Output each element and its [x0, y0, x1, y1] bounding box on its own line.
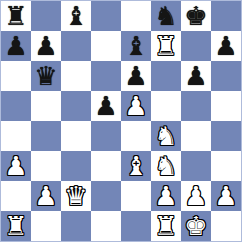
piece-white-king[interactable]: ♚ [184, 211, 207, 241]
piece-white-rook[interactable]: ♜ [4, 211, 27, 241]
square-e8[interactable] [121, 1, 151, 31]
square-g1[interactable]: ♚ [181, 211, 211, 241]
piece-black-king[interactable]: ♚ [184, 1, 207, 31]
square-g7[interactable] [181, 31, 211, 61]
chess-board: ♜♝♞♚♟♟♝♜♟♛♟♟♟♟♞♟♝♞♟♛♟♟♟♜♜♚ [0, 0, 242, 242]
square-h7[interactable]: ♟ [211, 31, 241, 61]
piece-white-pawn[interactable]: ♟ [4, 151, 27, 181]
square-f1[interactable]: ♜ [151, 211, 181, 241]
square-a1[interactable]: ♜ [1, 211, 31, 241]
square-c3[interactable] [61, 151, 91, 181]
square-g6[interactable]: ♟ [181, 61, 211, 91]
square-b5[interactable] [31, 91, 61, 121]
piece-black-pawn[interactable]: ♟ [94, 91, 117, 121]
square-c7[interactable] [61, 31, 91, 61]
square-h2[interactable]: ♟ [211, 181, 241, 211]
square-f6[interactable] [151, 61, 181, 91]
square-d6[interactable] [91, 61, 121, 91]
piece-white-pawn[interactable]: ♟ [124, 91, 147, 121]
square-g5[interactable] [181, 91, 211, 121]
piece-white-knight[interactable]: ♞ [154, 121, 177, 151]
square-f3[interactable]: ♞ [151, 151, 181, 181]
square-h1[interactable] [211, 211, 241, 241]
square-f8[interactable]: ♞ [151, 1, 181, 31]
piece-white-queen[interactable]: ♛ [64, 181, 87, 211]
piece-white-knight[interactable]: ♞ [154, 151, 177, 181]
square-c5[interactable] [61, 91, 91, 121]
square-h4[interactable] [211, 121, 241, 151]
square-e1[interactable] [121, 211, 151, 241]
square-b8[interactable] [31, 1, 61, 31]
piece-black-pawn[interactable]: ♟ [34, 31, 57, 61]
square-a4[interactable] [1, 121, 31, 151]
square-b6[interactable]: ♛ [31, 61, 61, 91]
square-c1[interactable] [61, 211, 91, 241]
piece-black-bishop[interactable]: ♝ [124, 31, 147, 61]
piece-white-pawn[interactable]: ♟ [34, 181, 57, 211]
square-e5[interactable]: ♟ [121, 91, 151, 121]
piece-black-knight[interactable]: ♞ [154, 1, 177, 31]
square-f2[interactable]: ♟ [151, 181, 181, 211]
square-d2[interactable] [91, 181, 121, 211]
piece-black-pawn[interactable]: ♟ [4, 31, 27, 61]
square-h5[interactable] [211, 91, 241, 121]
square-e2[interactable] [121, 181, 151, 211]
piece-white-bishop[interactable]: ♝ [124, 151, 147, 181]
square-b1[interactable] [31, 211, 61, 241]
square-b2[interactable]: ♟ [31, 181, 61, 211]
square-e7[interactable]: ♝ [121, 31, 151, 61]
square-a3[interactable]: ♟ [1, 151, 31, 181]
piece-black-bishop[interactable]: ♝ [64, 1, 87, 31]
square-h8[interactable] [211, 1, 241, 31]
square-a7[interactable]: ♟ [1, 31, 31, 61]
square-h3[interactable] [211, 151, 241, 181]
square-g4[interactable] [181, 121, 211, 151]
square-c6[interactable] [61, 61, 91, 91]
square-h6[interactable] [211, 61, 241, 91]
square-a5[interactable] [1, 91, 31, 121]
square-f7[interactable]: ♜ [151, 31, 181, 61]
square-g8[interactable]: ♚ [181, 1, 211, 31]
square-d1[interactable] [91, 211, 121, 241]
square-d8[interactable] [91, 1, 121, 31]
square-f4[interactable]: ♞ [151, 121, 181, 151]
square-c8[interactable]: ♝ [61, 1, 91, 31]
piece-white-pawn[interactable]: ♟ [154, 181, 177, 211]
square-c2[interactable]: ♛ [61, 181, 91, 211]
square-b3[interactable] [31, 151, 61, 181]
square-g2[interactable]: ♟ [181, 181, 211, 211]
square-d4[interactable] [91, 121, 121, 151]
square-g3[interactable] [181, 151, 211, 181]
piece-black-rook[interactable]: ♜ [4, 1, 27, 31]
piece-black-pawn[interactable]: ♟ [124, 61, 147, 91]
chess-board-container: ♜♝♞♚♟♟♝♜♟♛♟♟♟♟♞♟♝♞♟♛♟♟♟♜♜♚ [0, 0, 242, 242]
piece-black-pawn[interactable]: ♟ [184, 61, 207, 91]
square-b4[interactable] [31, 121, 61, 151]
piece-white-rook[interactable]: ♜ [154, 211, 177, 241]
square-a2[interactable] [1, 181, 31, 211]
square-d7[interactable] [91, 31, 121, 61]
square-e4[interactable] [121, 121, 151, 151]
square-e3[interactable]: ♝ [121, 151, 151, 181]
square-b7[interactable]: ♟ [31, 31, 61, 61]
piece-white-pawn[interactable]: ♟ [214, 181, 237, 211]
piece-white-pawn[interactable]: ♟ [184, 181, 207, 211]
piece-black-pawn[interactable]: ♟ [214, 31, 237, 61]
piece-white-rook[interactable]: ♜ [154, 31, 177, 61]
square-a6[interactable] [1, 61, 31, 91]
square-d3[interactable] [91, 151, 121, 181]
square-d5[interactable]: ♟ [91, 91, 121, 121]
square-f5[interactable] [151, 91, 181, 121]
piece-black-queen[interactable]: ♛ [34, 61, 57, 91]
square-e6[interactable]: ♟ [121, 61, 151, 91]
square-a8[interactable]: ♜ [1, 1, 31, 31]
square-c4[interactable] [61, 121, 91, 151]
